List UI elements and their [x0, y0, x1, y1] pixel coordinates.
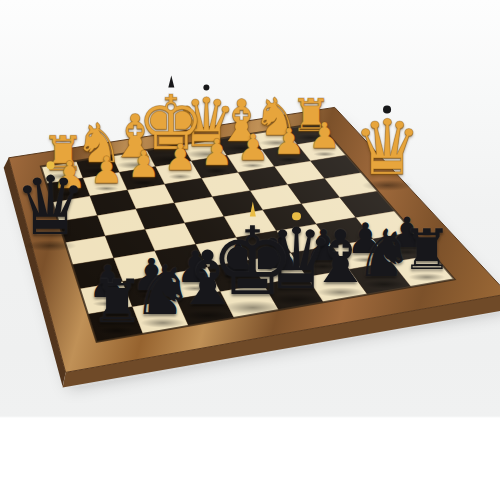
piece-wP-c2[interactable]: ♟ [237, 129, 270, 165]
spare-white-queen[interactable]: ♛ [353, 110, 421, 186]
piece-wP-e2[interactable]: ♟ [164, 140, 197, 177]
piece-wP-a2[interactable]: ♟ [309, 119, 341, 155]
piece-wP-f2[interactable]: ♟ [127, 146, 160, 183]
finial-ball [383, 106, 391, 114]
photo-backdrop: ♜♞♝♟♛♟♚♝♟♞♟♜♟♟♛♟♟♛♟♟♟♟♜♟♞♟♝♟♛♟♚♝♞♜ [0, 0, 500, 500]
pieces-layer: ♜♞♝♟♛♟♚♝♟♞♟♜♟♟♛♟♟♛♟♟♟♟♜♟♞♟♝♟♛♟♚♝♞♜ [0, 0, 500, 500]
piece-wP-g2[interactable]: ♟ [90, 152, 124, 189]
piece-wP-d2[interactable]: ♟ [200, 135, 233, 172]
spare-black-queen[interactable]: ♛ [14, 166, 87, 247]
piece-wP-b2[interactable]: ♟ [273, 124, 305, 160]
finial-spike [168, 76, 174, 88]
piece-bR-h8[interactable]: ♜ [90, 272, 144, 332]
finial-spike [249, 202, 255, 217]
finial-ball [46, 161, 54, 169]
